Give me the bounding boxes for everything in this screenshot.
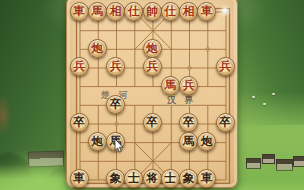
piece-red-cannon-center[interactable]: 炮 [143,39,162,58]
piece-black-pawn-c-advanced[interactable]: 卒 [106,95,125,114]
piece-black-pawn-i[interactable]: 卒 [216,113,235,132]
piece-red-advisor-right[interactable]: 仕 [161,2,180,21]
piece-red-pawn-e[interactable]: 兵 [143,57,162,76]
piece-red-advisor-left[interactable]: 仕 [124,2,143,21]
xiangqi-board[interactable]: 楚 河 汉 界 [66,0,238,188]
piece-red-elephant-right[interactable]: 相 [179,2,198,21]
piece-black-pawn-a[interactable]: 卒 [70,113,89,132]
piece-red-cannon-left[interactable]: 炮 [88,39,107,58]
piece-red-chariot-right[interactable]: 車 [197,2,216,21]
game-screen: 楚 河 汉 界 車馬相仕帥仕相車炮炮兵兵兵兵馬兵卒卒卒卒卒炮馬馬炮車象士将士象車 [0,0,304,190]
piece-red-horse-advanced[interactable]: 馬 [161,76,180,95]
mouse-cursor-icon [114,139,125,153]
piece-black-pawn-e[interactable]: 卒 [143,113,162,132]
piece-red-pawn-g-advanced[interactable]: 兵 [179,76,198,95]
hut [262,154,275,164]
piece-black-chariot-left[interactable]: 車 [70,169,89,188]
piece-black-general[interactable]: 将 [143,169,162,188]
piece-black-horse-right[interactable]: 馬 [179,132,198,151]
piece-black-cannon-left[interactable]: 炮 [88,132,107,151]
last-move-marker [222,8,228,14]
dirt-patch [0,95,11,135]
piece-red-chariot-left[interactable]: 車 [70,2,89,21]
piece-red-pawn-a[interactable]: 兵 [70,57,89,76]
sheep-dot [252,96,255,98]
river-label-right: 汉 界 [167,94,197,107]
piece-red-pawn-i[interactable]: 兵 [216,57,235,76]
sheep-dot [272,93,275,95]
board-grid [67,0,239,189]
sheep-dot [263,103,266,105]
piece-red-elephant-left[interactable]: 相 [106,2,125,21]
piece-red-general[interactable]: 帥 [143,2,162,21]
piece-red-horse-left[interactable]: 馬 [88,2,107,21]
